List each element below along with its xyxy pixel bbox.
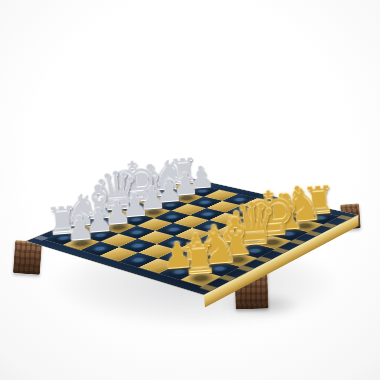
board-top-surface: ♜♟♟♜♞♟♟♞♝♟♟♝♚♟♟♚♛♟♟♛♝♟♟♝♞♟♟♞♜♟♟♜ [26, 176, 359, 295]
piece-gold-rook-a8: ♜ [180, 239, 220, 280]
perspective-wrap: ♜♟♟♜♞♟♟♞♝♟♟♝♚♟♟♚♛♟♟♛♝♟♟♝♞♟♟♞♜♟♟♜ [0, 0, 380, 380]
square-a2: ♟ [63, 237, 100, 251]
chess-board: ♜♟♟♜♞♟♟♞♝♟♟♝♚♟♟♚♛♟♟♛♝♟♟♝♞♟♟♞♜♟♟♜ [26, 176, 359, 295]
chess-set-photo: ♜♟♟♜♞♟♟♞♝♟♟♝♚♟♟♚♛♟♟♛♝♟♟♝♞♟♟♞♜♟♟♜ [0, 0, 380, 380]
square-a8: ♜ [180, 270, 221, 286]
piece-silver-pawn-a2: ♟ [65, 212, 96, 244]
camera-tilt: ♜♟♟♜♞♟♟♞♝♟♟♝♚♟♟♚♛♟♟♛♝♟♟♝♞♟♟♞♜♟♟♜ [0, 0, 380, 380]
